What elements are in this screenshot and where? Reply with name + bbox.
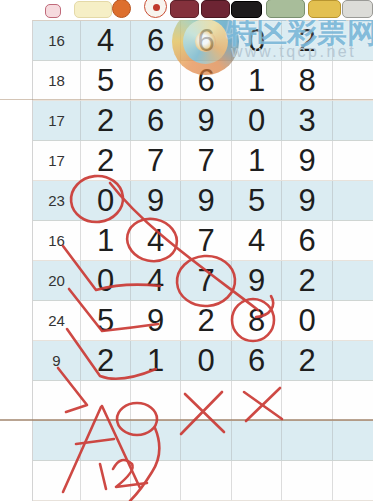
row-5-overflow-cell [333, 181, 373, 221]
cell-r5-c3: 9 [181, 181, 232, 221]
cell-r1-c5: 2 [282, 21, 333, 61]
cell-r9-c1: 2 [81, 341, 131, 381]
cell-r4-c2: 7 [131, 141, 181, 181]
cell-r10-c3 [181, 381, 232, 421]
cell-r4-c3: 7 [181, 141, 232, 181]
row-9-sum-label: 9 [33, 341, 81, 381]
row-6-overflow-cell [333, 221, 373, 261]
cell-r2-c5: 8 [282, 61, 333, 101]
cell-r6-c2: 4 [131, 221, 181, 261]
cell-r12-c1 [81, 461, 131, 501]
cell-r7-c4: 9 [232, 261, 282, 301]
cell-r12-c4 [232, 461, 282, 501]
cell-r6-c3: 7 [181, 221, 232, 261]
cell-r8-c3: 2 [181, 301, 232, 341]
row-1-sum-label: 16 [33, 21, 81, 61]
orange-ball-icon[interactable] [112, 0, 131, 18]
row-12-overflow-cell [333, 461, 373, 501]
cell-r5-c2: 9 [131, 181, 181, 221]
cell-r7-c2: 4 [131, 261, 181, 301]
cell-r11-c2 [131, 421, 181, 461]
cell-r3-c5: 3 [282, 101, 333, 141]
sticker-toolbar [0, 0, 373, 20]
cell-r6-c1: 1 [81, 221, 131, 261]
cell-r4-c4: 1 [232, 141, 282, 181]
target-sticker-icon-center-dot [153, 4, 160, 11]
row-3-sum-label: 17 [33, 101, 81, 141]
row-8-overflow-cell [333, 301, 373, 341]
row-10-sum-label [33, 381, 81, 421]
cell-r2-c3: 6 [181, 61, 232, 101]
group-separator-bottom [0, 419, 373, 421]
cell-r9-c4: 6 [232, 341, 282, 381]
cell-r3-c1: 2 [81, 101, 131, 141]
cell-r3-c3: 9 [181, 101, 232, 141]
cell-r5-c4: 5 [232, 181, 282, 221]
cell-r10-c4 [232, 381, 282, 421]
row-10-overflow-cell [333, 381, 373, 421]
row-2-overflow-cell [333, 61, 373, 101]
row-4-sum-label: 17 [33, 141, 81, 181]
row-5-sum-label: 23 [33, 181, 81, 221]
cell-r11-c3 [181, 421, 232, 461]
black-sticker-icon[interactable] [231, 1, 262, 18]
cell-r11-c5 [282, 421, 333, 461]
cell-r1-c3: 6 [181, 21, 232, 61]
cell-r6-c5: 6 [282, 221, 333, 261]
cell-r11-c1 [81, 421, 131, 461]
cell-r5-c5: 9 [282, 181, 333, 221]
row-11-overflow-cell [333, 421, 373, 461]
number-grid: 1646602185661817269031727719230995916147… [32, 20, 373, 501]
cell-r1-c2: 6 [131, 21, 181, 61]
cell-r7-c3: 7 [181, 261, 232, 301]
cell-r10-c1 [81, 381, 131, 421]
row-4-overflow-cell [333, 141, 373, 181]
row-2-sum-label: 18 [33, 61, 81, 101]
cell-r10-c2 [131, 381, 181, 421]
cell-r11-c4 [232, 421, 282, 461]
row-6-sum-label: 16 [33, 221, 81, 261]
row-11-sum-label [33, 421, 81, 461]
cell-r9-c3: 0 [181, 341, 232, 381]
cell-r10-c5 [282, 381, 333, 421]
row-3-overflow-cell [333, 101, 373, 141]
row-12-sum-label [33, 461, 81, 501]
cell-r2-c4: 1 [232, 61, 282, 101]
pink-frame-icon[interactable] [45, 4, 61, 18]
cell-r9-c5: 2 [282, 341, 333, 381]
cell-r1-c4: 0 [232, 21, 282, 61]
cell-r8-c1: 5 [81, 301, 131, 341]
cell-r8-c2: 9 [131, 301, 181, 341]
cell-r8-c5: 0 [282, 301, 333, 341]
row-8-sum-label: 24 [33, 301, 81, 341]
cell-r3-c2: 6 [131, 101, 181, 141]
maroon-sticker-icon[interactable] [170, 0, 199, 18]
cell-r3-c4: 0 [232, 101, 282, 141]
cell-r8-c4: 8 [232, 301, 282, 341]
cell-r2-c2: 6 [131, 61, 181, 101]
cell-r12-c2 [131, 461, 181, 501]
cell-r4-c1: 2 [81, 141, 131, 181]
cell-r6-c4: 4 [232, 221, 282, 261]
cell-r5-c1: 0 [81, 181, 131, 221]
row-9-overflow-cell [333, 341, 373, 381]
gray-card-icon[interactable] [342, 0, 373, 18]
yellow-sticker-icon[interactable] [74, 1, 112, 18]
target-sticker-icon[interactable] [144, 0, 167, 18]
row-1-overflow-cell [333, 21, 373, 61]
cell-r12-c3 [181, 461, 232, 501]
cell-r7-c5: 2 [282, 261, 333, 301]
row-7-sum-label: 20 [33, 261, 81, 301]
yellow-pouch-icon[interactable] [308, 0, 341, 18]
group-separator-top [0, 99, 373, 100]
cell-r2-c1: 5 [81, 61, 131, 101]
green-cube-icon[interactable] [266, 0, 305, 18]
cell-r4-c5: 9 [282, 141, 333, 181]
cell-r7-c1: 0 [81, 261, 131, 301]
dark-sticker-icon[interactable] [201, 0, 230, 18]
cell-r12-c5 [282, 461, 333, 501]
row-7-overflow-cell [333, 261, 373, 301]
cell-r1-c1: 4 [81, 21, 131, 61]
cell-r9-c2: 1 [131, 341, 181, 381]
